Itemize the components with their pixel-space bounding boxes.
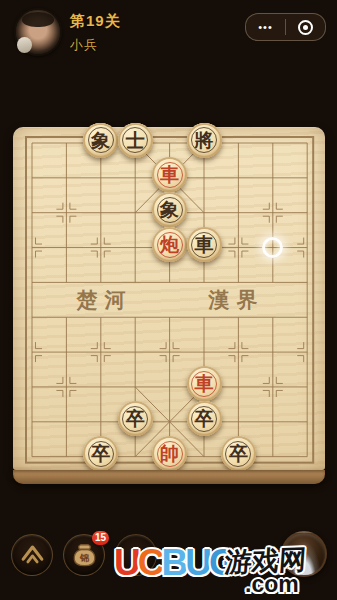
piece-red-車[interactable]: 車 <box>187 366 222 401</box>
svg-text:锦: 锦 <box>78 553 89 563</box>
avatar-hair <box>22 12 54 27</box>
piece-ring <box>88 127 114 153</box>
piece-black-車[interactable]: 車 <box>187 227 222 262</box>
piece-black-士[interactable]: 士 <box>118 123 153 158</box>
hint-bag-button[interactable]: 锦 15 <box>63 534 105 576</box>
avatar-collar <box>17 37 32 53</box>
piece-black-卒[interactable]: 卒 <box>221 436 256 471</box>
piece-ring <box>191 127 217 153</box>
piece-red-帥[interactable]: 帥 <box>152 436 187 471</box>
app-screen: 第19关 小兵 ••• 楚河 漢界 象士將車象炮車車卒卒卒帥卒 锦 <box>0 0 337 600</box>
piece-ring <box>157 162 183 188</box>
piece-red-炮[interactable]: 炮 <box>152 227 187 262</box>
river-label-right: 漢界 <box>198 286 268 314</box>
piece-ring <box>122 406 148 432</box>
piece-black-將[interactable]: 將 <box>187 123 222 158</box>
bottom-bar: 锦 15 <box>0 525 337 600</box>
piece-ring <box>191 371 217 397</box>
piece-ring <box>157 232 183 258</box>
piece-black-卒[interactable]: 卒 <box>118 401 153 436</box>
avatar[interactable] <box>14 8 62 56</box>
level-title: 第19关 <box>70 12 121 31</box>
more-dots-icon: ••• <box>258 14 273 40</box>
bottom-right-button[interactable] <box>281 531 327 577</box>
header: 第19关 小兵 ••• <box>0 0 337 62</box>
header-titles: 第19关 小兵 <box>70 12 121 54</box>
chevron-up-icon <box>13 535 52 574</box>
piece-ring <box>191 232 217 258</box>
player-name: 小兵 <box>70 36 121 54</box>
minimize-button[interactable] <box>286 14 325 40</box>
piece-black-象[interactable]: 象 <box>83 123 118 158</box>
river-label-left: 楚河 <box>66 286 136 314</box>
piece-black-卒[interactable]: 卒 <box>187 401 222 436</box>
piece-ring <box>191 406 217 432</box>
more-button[interactable]: ••• <box>246 14 285 40</box>
piece-ring <box>122 127 148 153</box>
piece-ring <box>157 441 183 467</box>
piece-ring <box>88 441 114 467</box>
collapse-button[interactable] <box>11 534 53 576</box>
xiangqi-board[interactable]: 楚河 漢界 象士將車象炮車車卒卒卒帥卒 <box>13 127 325 470</box>
piece-ring <box>157 197 183 223</box>
board-edge <box>13 470 325 484</box>
circle-dot-icon <box>298 20 313 35</box>
hint-count-badge: 15 <box>92 531 109 545</box>
wechat-capsule: ••• <box>245 13 326 41</box>
piece-ring <box>225 441 251 467</box>
bottom-button-3[interactable] <box>115 534 157 576</box>
